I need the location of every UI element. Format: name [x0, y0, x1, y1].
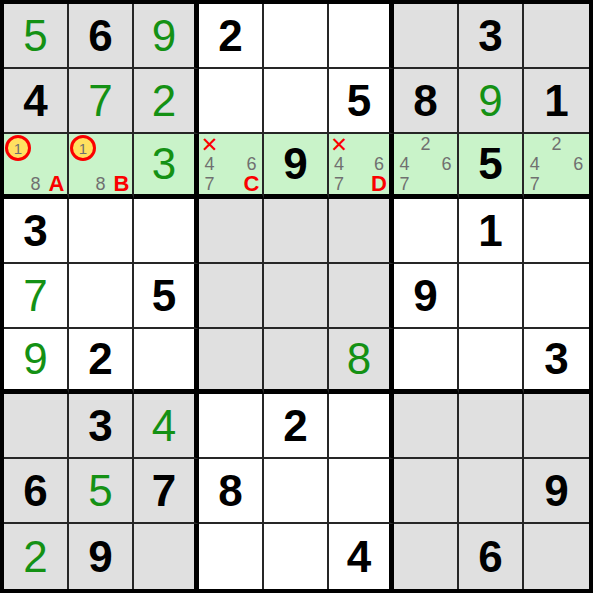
cell-r4c2[interactable]: [69, 199, 134, 264]
cell-r5c7[interactable]: 9: [394, 264, 459, 329]
elimination-x-mark: ✕: [199, 134, 220, 154]
given-digit: 9: [544, 469, 568, 513]
solved-digit: 3: [152, 142, 176, 186]
candidate-6: 6: [369, 154, 389, 174]
cell-r5c2[interactable]: [69, 264, 134, 329]
cell-r9c1[interactable]: 2: [4, 524, 69, 589]
cell-r9c3[interactable]: [134, 524, 199, 589]
cell-r2c2[interactable]: 7: [69, 69, 134, 134]
cell-r7c5[interactable]: 2: [264, 394, 329, 459]
cell-r8c8[interactable]: [459, 459, 524, 524]
candidate-2: 2: [415, 134, 436, 154]
cell-r4c6[interactable]: [329, 199, 394, 264]
solved-digit: 9: [152, 14, 176, 58]
solved-digit: 9: [478, 79, 502, 123]
cell-r4c3[interactable]: [134, 199, 199, 264]
cell-r1c5[interactable]: [264, 4, 329, 69]
candidate-6: 6: [241, 154, 262, 174]
candidate-7: 7: [329, 174, 349, 194]
cell-r5c8[interactable]: [459, 264, 524, 329]
candidate-6: 6: [567, 154, 589, 174]
given-digit: 1: [544, 79, 568, 123]
cell-label-B: B: [111, 174, 132, 194]
cell-r2c7[interactable]: 8: [394, 69, 459, 134]
cell-r3c1[interactable]: 18A: [4, 134, 69, 199]
cell-r6c6[interactable]: 8: [329, 329, 394, 394]
cell-r6c9[interactable]: 3: [524, 329, 589, 394]
given-digit: 9: [283, 142, 307, 186]
cell-r4c1[interactable]: 3: [4, 199, 69, 264]
given-digit: 3: [478, 14, 502, 58]
cell-r5c4[interactable]: [199, 264, 264, 329]
given-digit: 2: [88, 337, 112, 381]
solved-digit: 8: [347, 337, 371, 381]
cell-r8c7[interactable]: [394, 459, 459, 524]
cell-r5c1[interactable]: 7: [4, 264, 69, 329]
given-digit: 4: [23, 79, 47, 123]
given-digit: 5: [152, 274, 176, 318]
cell-r8c1[interactable]: 6: [4, 459, 69, 524]
candidate-4: 4: [394, 154, 415, 174]
cell-r3c2[interactable]: 18B: [69, 134, 134, 199]
candidate-4: 4: [329, 154, 349, 174]
cell-r6c5[interactable]: [264, 329, 329, 394]
solved-digit: 7: [88, 79, 112, 123]
cell-r9c9[interactable]: [524, 524, 589, 589]
cell-r7c1[interactable]: [4, 394, 69, 459]
candidate-8: 8: [90, 174, 111, 194]
cell-r5c9[interactable]: [524, 264, 589, 329]
given-digit: 9: [413, 274, 437, 318]
cell-r4c4[interactable]: [199, 199, 264, 264]
cell-r3c6[interactable]: ✕467D: [329, 134, 394, 199]
cell-r1c2[interactable]: 6: [69, 4, 134, 69]
cell-r1c6[interactable]: [329, 4, 394, 69]
cell-r1c1[interactable]: 5: [4, 4, 69, 69]
candidate-7: 7: [524, 174, 546, 194]
cell-r7c4[interactable]: [199, 394, 264, 459]
solved-digit: 5: [88, 469, 112, 513]
cell-r7c6[interactable]: [329, 394, 394, 459]
cell-r3c5[interactable]: 9: [264, 134, 329, 199]
cell-r9c6[interactable]: 4: [329, 524, 394, 589]
candidate-4: 4: [524, 154, 546, 174]
given-digit: 8: [218, 469, 242, 513]
solved-digit: 9: [23, 337, 47, 381]
cell-r2c9[interactable]: 1: [524, 69, 589, 134]
cell-r3c3[interactable]: 3: [134, 134, 199, 199]
cell-r5c5[interactable]: [264, 264, 329, 329]
cell-r4c5[interactable]: [264, 199, 329, 264]
cell-r9c7[interactable]: [394, 524, 459, 589]
candidate-2: 2: [546, 134, 568, 154]
cell-r9c2[interactable]: 9: [69, 524, 134, 589]
given-digit: 9: [88, 535, 112, 579]
cell-r9c8[interactable]: 6: [459, 524, 524, 589]
cell-r3c4[interactable]: ✕467C: [199, 134, 264, 199]
given-digit: 3: [23, 209, 47, 253]
given-digit: 1: [478, 209, 502, 253]
given-digit: 3: [88, 404, 112, 448]
cell-r3c7[interactable]: 2467: [394, 134, 459, 199]
given-digit: 8: [413, 79, 437, 123]
cell-r1c7[interactable]: [394, 4, 459, 69]
cell-r1c9[interactable]: [524, 4, 589, 69]
cell-r2c6[interactable]: 5: [329, 69, 394, 134]
cell-r8c2[interactable]: 5: [69, 459, 134, 524]
cell-r6c4[interactable]: [199, 329, 264, 394]
cell-r6c7[interactable]: [394, 329, 459, 394]
given-digit: 2: [218, 14, 242, 58]
solved-digit: 5: [23, 14, 47, 58]
cell-r7c7[interactable]: [394, 394, 459, 459]
cell-r8c9[interactable]: 9: [524, 459, 589, 524]
given-digit: 5: [347, 79, 371, 123]
cell-label-A: A: [46, 174, 67, 194]
given-digit: 7: [152, 469, 176, 513]
cell-r7c3[interactable]: 4: [134, 394, 199, 459]
cell-label-D: D: [369, 174, 389, 194]
given-digit: 6: [88, 14, 112, 58]
given-digit: 6: [23, 469, 47, 513]
given-digit: 2: [283, 404, 307, 448]
cell-r8c4[interactable]: 8: [199, 459, 264, 524]
candidate-1-circled-highlight: 1: [5, 135, 31, 161]
cell-label-C: C: [241, 174, 262, 194]
sudoku-board: 56923472589118A18B3✕467C9✕467D2467524673…: [0, 0, 593, 593]
cell-r2c8[interactable]: 9: [459, 69, 524, 134]
cell-r7c8[interactable]: [459, 394, 524, 459]
cell-r7c2[interactable]: 3: [69, 394, 134, 459]
cell-r1c3[interactable]: 9: [134, 4, 199, 69]
cell-r2c1[interactable]: 4: [4, 69, 69, 134]
candidate-4: 4: [199, 154, 220, 174]
given-digit: 3: [544, 337, 568, 381]
solved-digit: 2: [152, 79, 176, 123]
cell-r8c5[interactable]: [264, 459, 329, 524]
cell-r6c1[interactable]: 9: [4, 329, 69, 394]
solved-digit: 2: [23, 535, 47, 579]
cell-r2c4[interactable]: [199, 69, 264, 134]
cell-r4c7[interactable]: [394, 199, 459, 264]
cell-r1c4[interactable]: 2: [199, 4, 264, 69]
cell-r5c6[interactable]: [329, 264, 394, 329]
solved-digit: 4: [152, 404, 176, 448]
cell-r6c2[interactable]: 2: [69, 329, 134, 394]
given-digit: 5: [478, 142, 502, 186]
candidate-1-circled-highlight: 1: [70, 135, 96, 161]
cell-r2c3[interactable]: 2: [134, 69, 199, 134]
cell-r4c8[interactable]: 1: [459, 199, 524, 264]
cell-r9c5[interactable]: [264, 524, 329, 589]
candidate-8: 8: [25, 174, 46, 194]
candidate-6: 6: [436, 154, 457, 174]
given-digit: 4: [347, 535, 371, 579]
cell-r3c9[interactable]: 2467: [524, 134, 589, 199]
candidate-7: 7: [394, 174, 415, 194]
elimination-x-mark: ✕: [329, 134, 349, 154]
given-digit: 6: [478, 535, 502, 579]
cell-r4c9[interactable]: [524, 199, 589, 264]
cell-r2c5[interactable]: [264, 69, 329, 134]
cell-r6c3[interactable]: [134, 329, 199, 394]
cell-r9c4[interactable]: [199, 524, 264, 589]
cell-r3c8[interactable]: 5: [459, 134, 524, 199]
cell-r8c3[interactable]: 7: [134, 459, 199, 524]
solved-digit: 7: [23, 274, 47, 318]
cell-r5c3[interactable]: 5: [134, 264, 199, 329]
cell-r7c9[interactable]: [524, 394, 589, 459]
cell-r6c8[interactable]: [459, 329, 524, 394]
candidate-7: 7: [199, 174, 220, 194]
cell-r1c8[interactable]: 3: [459, 4, 524, 69]
cell-r8c6[interactable]: [329, 459, 394, 524]
